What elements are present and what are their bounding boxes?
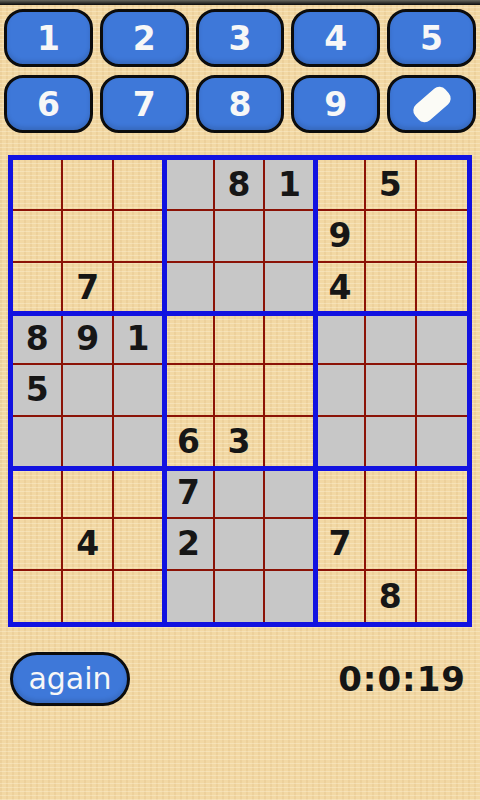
- cell-r3c5[interactable]: [215, 263, 265, 314]
- cell-r8c3[interactable]: [114, 519, 164, 570]
- cell-r2c8[interactable]: [366, 211, 416, 262]
- cell-r7c3[interactable]: [114, 468, 164, 519]
- cell-r2c7[interactable]: 9: [316, 211, 366, 262]
- cell-r2c6[interactable]: [265, 211, 315, 262]
- digit-button-4[interactable]: 4: [291, 9, 380, 67]
- cell-r1c3[interactable]: [114, 160, 164, 211]
- cell-r1c6[interactable]: 1: [265, 160, 315, 211]
- cell-r7c2[interactable]: [63, 468, 113, 519]
- footer-bar: again 0:0:19: [0, 652, 480, 706]
- cell-r6c1[interactable]: [13, 417, 63, 468]
- cell-r4c4[interactable]: [164, 314, 214, 365]
- cell-r7c1[interactable]: [13, 468, 63, 519]
- cell-r1c5[interactable]: 8: [215, 160, 265, 211]
- cell-r5c8[interactable]: [366, 365, 416, 416]
- cell-r7c4[interactable]: 7: [164, 468, 214, 519]
- cell-r8c9[interactable]: [417, 519, 467, 570]
- cell-r4c7[interactable]: [316, 314, 366, 365]
- cell-r5c7[interactable]: [316, 365, 366, 416]
- cell-r9c5[interactable]: [215, 571, 265, 622]
- cell-r9c8[interactable]: 8: [366, 571, 416, 622]
- cell-r9c9[interactable]: [417, 571, 467, 622]
- cell-r8c6[interactable]: [265, 519, 315, 570]
- cell-r5c1[interactable]: 5: [13, 365, 63, 416]
- digit-button-2[interactable]: 2: [100, 9, 189, 67]
- cell-r6c7[interactable]: [316, 417, 366, 468]
- cell-r2c2[interactable]: [63, 211, 113, 262]
- cell-r7c7[interactable]: [316, 468, 366, 519]
- keypad-row-2: 6 7 8 9: [4, 75, 476, 133]
- cell-r5c4[interactable]: [164, 365, 214, 416]
- cell-r8c4[interactable]: 2: [164, 519, 214, 570]
- cell-r8c7[interactable]: 7: [316, 519, 366, 570]
- cell-r9c2[interactable]: [63, 571, 113, 622]
- digit-button-7[interactable]: 7: [100, 75, 189, 133]
- game-timer: 0:0:19: [338, 659, 466, 699]
- cell-r2c3[interactable]: [114, 211, 164, 262]
- cell-r2c1[interactable]: [13, 211, 63, 262]
- cell-r9c6[interactable]: [265, 571, 315, 622]
- digit-button-5[interactable]: 5: [387, 9, 476, 67]
- digit-button-6[interactable]: 6: [4, 75, 93, 133]
- cell-r8c8[interactable]: [366, 519, 416, 570]
- cell-r3c7[interactable]: 4: [316, 263, 366, 314]
- cell-r1c7[interactable]: [316, 160, 366, 211]
- cell-r3c9[interactable]: [417, 263, 467, 314]
- cell-r4c1[interactable]: 8: [13, 314, 63, 365]
- cell-r4c5[interactable]: [215, 314, 265, 365]
- box-divider-horizontal-1: [13, 311, 467, 316]
- cell-r5c6[interactable]: [265, 365, 315, 416]
- keypad-row-1: 1 2 3 4 5: [4, 9, 476, 67]
- cell-r4c8[interactable]: [366, 314, 416, 365]
- cell-r5c3[interactable]: [114, 365, 164, 416]
- digit-button-8[interactable]: 8: [196, 75, 285, 133]
- sudoku-cells-grid: 81597489156374278: [13, 160, 467, 622]
- digit-button-3[interactable]: 3: [196, 9, 285, 67]
- cell-r1c2[interactable]: [63, 160, 113, 211]
- cell-r4c2[interactable]: 9: [63, 314, 113, 365]
- cell-r3c3[interactable]: [114, 263, 164, 314]
- cell-r2c9[interactable]: [417, 211, 467, 262]
- cell-r1c4[interactable]: [164, 160, 214, 211]
- cell-r9c7[interactable]: [316, 571, 366, 622]
- cell-r9c3[interactable]: [114, 571, 164, 622]
- cell-r5c9[interactable]: [417, 365, 467, 416]
- digit-button-1[interactable]: 1: [4, 9, 93, 67]
- cell-r8c1[interactable]: [13, 519, 63, 570]
- digit-button-9[interactable]: 9: [291, 75, 380, 133]
- box-divider-horizontal-2: [13, 466, 467, 471]
- cell-r3c1[interactable]: [13, 263, 63, 314]
- cell-r6c6[interactable]: [265, 417, 315, 468]
- sudoku-app-screen: 1 2 3 4 5 6 7 8 9 81597489156374278 agai…: [0, 0, 480, 800]
- cell-r9c1[interactable]: [13, 571, 63, 622]
- cell-r1c9[interactable]: [417, 160, 467, 211]
- cell-r7c5[interactable]: [215, 468, 265, 519]
- cell-r5c2[interactable]: [63, 365, 113, 416]
- cell-r7c8[interactable]: [366, 468, 416, 519]
- cell-r1c8[interactable]: 5: [366, 160, 416, 211]
- eraser-icon: [410, 83, 454, 125]
- cell-r6c2[interactable]: [63, 417, 113, 468]
- box-divider-vertical-1: [162, 160, 167, 622]
- cell-r2c5[interactable]: [215, 211, 265, 262]
- cell-r1c1[interactable]: [13, 160, 63, 211]
- cell-r6c9[interactable]: [417, 417, 467, 468]
- sudoku-board: 81597489156374278: [8, 155, 472, 627]
- cell-r8c5[interactable]: [215, 519, 265, 570]
- cell-r2c4[interactable]: [164, 211, 214, 262]
- again-button[interactable]: again: [10, 652, 130, 706]
- cell-r3c6[interactable]: [265, 263, 315, 314]
- cell-r7c9[interactable]: [417, 468, 467, 519]
- cell-r4c9[interactable]: [417, 314, 467, 365]
- cell-r6c4[interactable]: 6: [164, 417, 214, 468]
- cell-r8c2[interactable]: 4: [63, 519, 113, 570]
- cell-r6c3[interactable]: [114, 417, 164, 468]
- cell-r3c2[interactable]: 7: [63, 263, 113, 314]
- box-divider-vertical-2: [313, 160, 318, 622]
- eraser-button[interactable]: [387, 75, 476, 133]
- cell-r6c5[interactable]: 3: [215, 417, 265, 468]
- cell-r3c4[interactable]: [164, 263, 214, 314]
- cell-r3c8[interactable]: [366, 263, 416, 314]
- cell-r6c8[interactable]: [366, 417, 416, 468]
- cell-r5c5[interactable]: [215, 365, 265, 416]
- cell-r7c6[interactable]: [265, 468, 315, 519]
- cell-r4c6[interactable]: [265, 314, 315, 365]
- cell-r9c4[interactable]: [164, 571, 214, 622]
- cell-r4c3[interactable]: 1: [114, 314, 164, 365]
- number-keypad: 1 2 3 4 5 6 7 8 9: [0, 5, 480, 133]
